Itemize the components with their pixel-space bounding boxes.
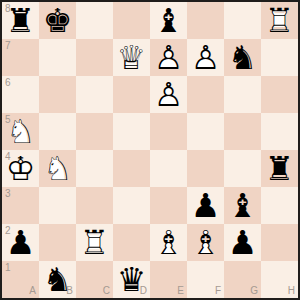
white-pawn[interactable]: ♟♙ [150,76,187,113]
square-d2[interactable] [113,224,150,261]
square-c5[interactable] [76,113,113,150]
square-e5[interactable] [150,113,187,150]
square-g4[interactable] [224,150,261,187]
piece-glyph: ♛ [113,261,150,298]
black-bishop[interactable]: ♝ [224,187,261,224]
square-d3[interactable] [113,187,150,224]
square-g6[interactable] [224,76,261,113]
square-c8[interactable] [76,2,113,39]
square-e8[interactable]: ♝ [150,2,187,39]
white-bishop[interactable]: ♝♗ [150,224,187,261]
square-g1[interactable]: G [224,261,261,298]
square-h3[interactable] [261,187,298,224]
file-label-E: E [177,286,184,296]
piece-glyph: ♞ [224,39,261,76]
white-knight[interactable]: ♞♘ [2,113,39,150]
square-a5[interactable]: 5♞♘ [2,113,39,150]
rank-label-7: 7 [5,41,11,51]
square-b2[interactable] [39,224,76,261]
square-f8[interactable] [187,2,224,39]
piece-outline-glyph: ♘ [2,113,39,150]
square-h1[interactable]: H [261,261,298,298]
square-h7[interactable] [261,39,298,76]
file-label-A: A [29,286,36,296]
square-g2[interactable]: ♟ [224,224,261,261]
chess-board: 8♜♚♝♜♖7♛♕♟♙♟♙♞6♟♙5♞♘4♚♔♞♘♜3♟♝2♟♜♖♝♗♝♗♟1A… [0,0,300,300]
piece-glyph: ♞ [39,261,76,298]
piece-glyph: ♝ [150,2,187,39]
square-f2[interactable]: ♝♗ [187,224,224,261]
file-label-C: C [103,286,110,296]
piece-outline-glyph: ♕ [113,39,150,76]
piece-glyph: ♜ [261,150,298,187]
square-b6[interactable] [39,76,76,113]
piece-outline-glyph: ♙ [187,39,224,76]
black-queen[interactable]: ♛ [113,261,150,298]
piece-outline-glyph: ♗ [187,224,224,261]
white-knight[interactable]: ♞♘ [39,150,76,187]
black-knight[interactable]: ♞ [39,261,76,298]
square-g5[interactable] [224,113,261,150]
black-pawn[interactable]: ♟ [224,224,261,261]
white-king[interactable]: ♚♔ [2,150,39,187]
square-g3[interactable]: ♝ [224,187,261,224]
piece-glyph: ♚ [39,2,76,39]
square-b1[interactable]: B♞ [39,261,76,298]
square-c1[interactable]: C [76,261,113,298]
piece-outline-glyph: ♙ [150,76,187,113]
square-c7[interactable] [76,39,113,76]
piece-glyph: ♟ [2,224,39,261]
square-d8[interactable] [113,2,150,39]
square-h4[interactable]: ♜ [261,150,298,187]
piece-outline-glyph: ♔ [2,150,39,187]
square-c2[interactable]: ♜♖ [76,224,113,261]
square-b3[interactable] [39,187,76,224]
black-pawn[interactable]: ♟ [187,187,224,224]
piece-glyph: ♟ [187,187,224,224]
black-pawn[interactable]: ♟ [2,224,39,261]
square-a7[interactable]: 7 [2,39,39,76]
square-a2[interactable]: 2♟ [2,224,39,261]
square-b7[interactable] [39,39,76,76]
rank-label-3: 3 [5,189,11,199]
black-rook[interactable]: ♜ [261,150,298,187]
piece-outline-glyph: ♖ [261,2,298,39]
square-c3[interactable] [76,187,113,224]
square-d7[interactable]: ♛♕ [113,39,150,76]
square-f3[interactable]: ♟ [187,187,224,224]
file-label-H: H [288,286,295,296]
square-a4[interactable]: 4♚♔ [2,150,39,187]
square-c6[interactable] [76,76,113,113]
black-bishop[interactable]: ♝ [150,2,187,39]
piece-outline-glyph: ♙ [150,39,187,76]
piece-outline-glyph: ♘ [39,150,76,187]
white-pawn[interactable]: ♟♙ [187,39,224,76]
piece-outline-glyph: ♗ [150,224,187,261]
piece-glyph: ♜ [2,2,39,39]
square-h5[interactable] [261,113,298,150]
square-a6[interactable]: 6 [2,76,39,113]
square-b4[interactable]: ♞♘ [39,150,76,187]
white-pawn[interactable]: ♟♙ [150,39,187,76]
square-a3[interactable]: 3 [2,187,39,224]
square-a1[interactable]: 1A [2,261,39,298]
file-label-F: F [215,286,221,296]
square-d5[interactable] [113,113,150,150]
square-d4[interactable] [113,150,150,187]
file-label-G: G [250,286,258,296]
white-queen[interactable]: ♛♕ [113,39,150,76]
square-h2[interactable] [261,224,298,261]
square-d1[interactable]: D♛ [113,261,150,298]
square-a8[interactable]: 8♜ [2,2,39,39]
square-b5[interactable] [39,113,76,150]
square-h8[interactable]: ♜♖ [261,2,298,39]
square-g8[interactable] [224,2,261,39]
piece-glyph: ♝ [224,187,261,224]
black-knight[interactable]: ♞ [224,39,261,76]
rank-label-6: 6 [5,78,11,88]
black-rook[interactable]: ♜ [2,2,39,39]
square-d6[interactable] [113,76,150,113]
square-b8[interactable]: ♚ [39,2,76,39]
square-c4[interactable] [76,150,113,187]
square-e1[interactable]: E [150,261,187,298]
square-f7[interactable]: ♟♙ [187,39,224,76]
square-e3[interactable] [150,187,187,224]
piece-outline-glyph: ♖ [76,224,113,261]
white-rook[interactable]: ♜♖ [76,224,113,261]
white-bishop[interactable]: ♝♗ [187,224,224,261]
square-f5[interactable] [187,113,224,150]
square-f6[interactable] [187,76,224,113]
square-e4[interactable] [150,150,187,187]
square-g7[interactable]: ♞ [224,39,261,76]
square-e2[interactable]: ♝♗ [150,224,187,261]
square-f4[interactable] [187,150,224,187]
piece-glyph: ♟ [224,224,261,261]
square-f1[interactable]: F [187,261,224,298]
square-e6[interactable]: ♟♙ [150,76,187,113]
square-e7[interactable]: ♟♙ [150,39,187,76]
square-h6[interactable] [261,76,298,113]
rank-label-1: 1 [5,263,11,273]
white-rook[interactable]: ♜♖ [261,2,298,39]
black-king[interactable]: ♚ [39,2,76,39]
